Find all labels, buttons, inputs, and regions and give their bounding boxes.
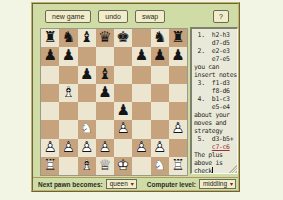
square-c5[interactable] xyxy=(78,84,96,102)
bishop-white[interactable]: ♝♗ xyxy=(78,157,96,175)
knight-black[interactable]: ♞ xyxy=(59,29,77,47)
pawn-white[interactable]: ♟♙ xyxy=(96,139,114,157)
square-g1[interactable]: ♞♘ xyxy=(151,157,169,175)
square-e4[interactable]: ♟ xyxy=(114,102,132,120)
chess-app-frame: new game undo swap ? ♜♞♝♛♚♞♜♟♟♟♟♟♟♝♝♗♟♟♞… xyxy=(31,2,240,192)
rook-black[interactable]: ♜ xyxy=(169,29,187,47)
square-f7[interactable]: ♟ xyxy=(132,47,150,65)
square-f6[interactable] xyxy=(132,66,150,84)
square-c6[interactable]: ♟ xyxy=(78,66,96,84)
square-d6[interactable]: ♝ xyxy=(96,66,114,84)
square-h5[interactable] xyxy=(169,84,187,102)
square-d8[interactable]: ♛ xyxy=(96,29,114,47)
notes-line: 2. e2-e3 xyxy=(194,47,236,55)
notes-line-highlighted: c7-c6 xyxy=(194,143,236,151)
square-g5[interactable] xyxy=(151,84,169,102)
square-g2[interactable]: ♟♙ xyxy=(151,139,169,157)
pawn-white[interactable]: ♟♙ xyxy=(78,139,96,157)
square-b2[interactable]: ♟♙ xyxy=(59,139,77,157)
square-b4[interactable] xyxy=(59,102,77,120)
notes-line: e7-e5 xyxy=(194,55,236,63)
swap-button[interactable]: swap xyxy=(135,10,165,23)
square-d1[interactable]: ♛♕ xyxy=(96,157,114,175)
square-a8[interactable]: ♜ xyxy=(41,29,59,47)
square-g7[interactable]: ♟ xyxy=(151,47,169,65)
notes-indent xyxy=(194,143,212,151)
notes-line: you can xyxy=(194,63,236,71)
square-d7[interactable] xyxy=(96,47,114,65)
knight-black[interactable]: ♞ xyxy=(151,29,169,47)
square-b5[interactable]: ♝♗ xyxy=(59,84,77,102)
bishop-black[interactable]: ♝ xyxy=(78,29,96,47)
chevron-down-icon: ▾ xyxy=(131,181,134,187)
notes-line: moves and xyxy=(194,119,236,127)
notes-last-word: check xyxy=(194,167,212,174)
square-a1[interactable]: ♜♖ xyxy=(41,157,59,175)
chevron-down-icon: ▾ xyxy=(230,181,233,187)
square-d5[interactable]: ♟ xyxy=(96,84,114,102)
level-select[interactable]: middling▾ xyxy=(199,179,236,190)
help-button[interactable]: ? xyxy=(213,10,229,23)
queen-black[interactable]: ♛ xyxy=(96,29,114,47)
chess-board: ♜♞♝♛♚♞♜♟♟♟♟♟♟♝♝♗♟♟♞♘♟♙♟♙♟♙♟♙♟♙♟♙♟♙♟♙♜♖♝♗… xyxy=(40,28,188,176)
square-a5[interactable] xyxy=(41,84,59,102)
square-h2[interactable] xyxy=(169,139,187,157)
rook-white[interactable]: ♜♖ xyxy=(41,157,59,175)
notes-line: d7-d5 xyxy=(194,39,236,47)
square-e1[interactable]: ♚♔ xyxy=(114,157,132,175)
square-h3[interactable]: ♟♙ xyxy=(169,120,187,138)
square-h1[interactable]: ♜♖ xyxy=(169,157,187,175)
square-c1[interactable]: ♝♗ xyxy=(78,157,96,175)
square-g6[interactable] xyxy=(151,66,169,84)
pawn-white[interactable]: ♟♙ xyxy=(169,120,187,138)
pawn-white[interactable]: ♟♙ xyxy=(114,120,132,138)
resize-grip-icon[interactable] xyxy=(229,165,237,173)
pawn-black[interactable]: ♟ xyxy=(59,47,77,65)
square-h8[interactable]: ♜ xyxy=(169,29,187,47)
square-f2[interactable]: ♟♙ xyxy=(132,139,150,157)
notes-textarea[interactable]: 1. h2-h3 d7-d5 2. e2-e3 e7-e5 you can in… xyxy=(190,27,238,174)
square-b1[interactable] xyxy=(59,157,77,175)
pawn-black[interactable]: ♟ xyxy=(114,102,132,120)
square-c7[interactable] xyxy=(78,47,96,65)
rook-white[interactable]: ♜♖ xyxy=(169,157,187,175)
square-c4[interactable] xyxy=(78,102,96,120)
square-f1[interactable] xyxy=(132,157,150,175)
square-e3[interactable]: ♟♙ xyxy=(114,120,132,138)
square-g8[interactable]: ♞ xyxy=(151,29,169,47)
knight-white[interactable]: ♞♘ xyxy=(151,157,169,175)
square-f3[interactable] xyxy=(132,120,150,138)
knight-white[interactable]: ♞♘ xyxy=(78,120,96,138)
pawn-black[interactable]: ♟ xyxy=(132,47,150,65)
square-h7[interactable]: ♟ xyxy=(169,47,187,65)
promotion-select[interactable]: queen▾ xyxy=(106,179,137,190)
square-c8[interactable]: ♝ xyxy=(78,29,96,47)
king-white[interactable]: ♚♔ xyxy=(114,157,132,175)
undo-button[interactable]: undo xyxy=(98,10,128,23)
promotion-label: Next pawn becomes: xyxy=(38,181,103,188)
notes-line: 3. f1-d3 xyxy=(194,79,236,87)
square-a6[interactable] xyxy=(41,66,59,84)
notes-line: f8-d6 xyxy=(194,87,236,95)
bottom-bar: Next pawn becomes: queen▾ Computer level… xyxy=(33,178,238,190)
new-game-button[interactable]: new game xyxy=(45,10,91,23)
square-e7[interactable] xyxy=(114,47,132,65)
square-e8[interactable]: ♚ xyxy=(114,29,132,47)
pawn-black[interactable]: ♟ xyxy=(96,84,114,102)
square-b6[interactable] xyxy=(59,66,77,84)
pawn-black[interactable]: ♟ xyxy=(169,47,187,65)
square-b7[interactable]: ♟ xyxy=(59,47,77,65)
pawn-black[interactable]: ♟ xyxy=(151,47,169,65)
pawn-black[interactable]: ♟ xyxy=(41,47,59,65)
square-a3[interactable] xyxy=(41,120,59,138)
level-value: middling xyxy=(203,181,227,188)
square-e6[interactable] xyxy=(114,66,132,84)
square-f4[interactable] xyxy=(132,102,150,120)
pawn-white[interactable]: ♟♙ xyxy=(132,139,150,157)
text-caret xyxy=(212,167,213,174)
square-b8[interactable]: ♞ xyxy=(59,29,77,47)
square-d2[interactable]: ♟♙ xyxy=(96,139,114,157)
square-a4[interactable] xyxy=(41,102,59,120)
bishop-black[interactable]: ♝ xyxy=(96,66,114,84)
square-h4[interactable] xyxy=(169,102,187,120)
notes-line: about your xyxy=(194,111,236,119)
queen-white[interactable]: ♛♕ xyxy=(96,157,114,175)
notes-line: 1. h2-h3 xyxy=(194,31,236,39)
promotion-value: queen xyxy=(110,181,128,188)
rook-black[interactable]: ♜ xyxy=(41,29,59,47)
notes-line: insert notes xyxy=(194,71,236,79)
square-a2[interactable]: ♟♙ xyxy=(41,139,59,157)
square-h6[interactable] xyxy=(169,66,187,84)
square-e5[interactable] xyxy=(114,84,132,102)
notes-line: The plus xyxy=(194,151,236,159)
bishop-white[interactable]: ♝♗ xyxy=(59,84,77,102)
notes-line: e5-e4 xyxy=(194,103,236,111)
square-f5[interactable] xyxy=(132,84,150,102)
page-background: { "game": { "name": "chess", "position":… xyxy=(0,0,283,200)
level-label: Computer level: xyxy=(147,181,196,188)
pawn-black[interactable]: ♟ xyxy=(78,66,96,84)
square-g4[interactable] xyxy=(151,102,169,120)
square-f8[interactable] xyxy=(132,29,150,47)
pawn-white[interactable]: ♟♙ xyxy=(41,139,59,157)
square-c3[interactable]: ♞♘ xyxy=(78,120,96,138)
square-a7[interactable]: ♟ xyxy=(41,47,59,65)
square-e2[interactable] xyxy=(114,139,132,157)
notes-line: strategy xyxy=(194,127,236,135)
square-c2[interactable]: ♟♙ xyxy=(78,139,96,157)
pawn-white[interactable]: ♟♙ xyxy=(151,139,169,157)
king-black[interactable]: ♚ xyxy=(114,29,132,47)
square-d4[interactable] xyxy=(96,102,114,120)
square-d3[interactable] xyxy=(96,120,114,138)
toolbar: new game undo swap ? xyxy=(33,4,238,27)
notes-line: 5. d3-b5+ xyxy=(194,135,236,143)
notes-line: 4. b1-c3 xyxy=(194,95,236,103)
highlighted-move: c7-c6 xyxy=(212,143,230,151)
pawn-white[interactable]: ♟♙ xyxy=(59,139,77,157)
square-g3[interactable] xyxy=(151,120,169,138)
square-b3[interactable] xyxy=(59,120,77,138)
